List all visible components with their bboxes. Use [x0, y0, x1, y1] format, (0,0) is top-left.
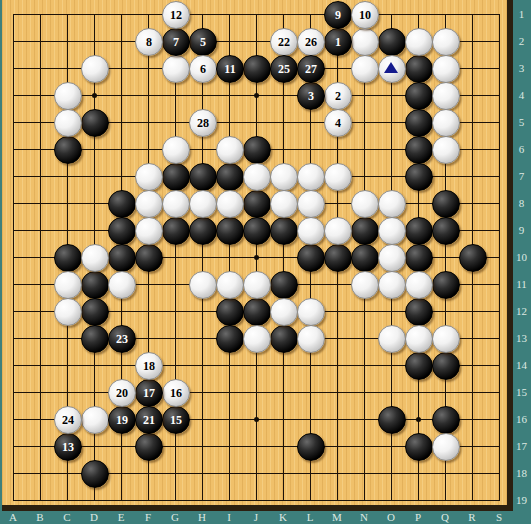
stone-white: [378, 325, 406, 353]
stone-white-move-6: 6: [189, 55, 217, 83]
stone-white: [270, 298, 298, 326]
column-label-S: S: [489, 511, 509, 523]
stone-black: [135, 244, 163, 272]
stone-black: [54, 244, 82, 272]
stone-black: [216, 298, 244, 326]
stone-black: [432, 406, 460, 434]
stone-white: [432, 55, 460, 83]
go-board-screenshot: 1234567891011121315161718192021222324252…: [0, 0, 531, 524]
stone-white-move-20: 20: [108, 379, 136, 407]
column-label-F: F: [138, 511, 158, 523]
stone-black-move-7: 7: [162, 28, 190, 56]
move-number-label: 3: [308, 90, 314, 102]
stone-white: [162, 55, 190, 83]
stone-white: [297, 217, 325, 245]
stone-black: [405, 217, 433, 245]
stone-white: [378, 244, 406, 272]
column-label-L: L: [300, 511, 320, 523]
stone-black: [162, 217, 190, 245]
row-label-5: 5: [512, 116, 531, 128]
move-number-label: 22: [278, 36, 290, 48]
column-label-I: I: [219, 511, 239, 523]
move-number-label: 18: [143, 360, 155, 372]
grid-line: [283, 14, 284, 501]
move-number-label: 13: [62, 441, 74, 453]
column-label-B: B: [30, 511, 50, 523]
column-label-H: H: [192, 511, 212, 523]
stone-black-move-23: 23: [108, 325, 136, 353]
column-label-Q: Q: [435, 511, 455, 523]
move-number-label: 2: [335, 90, 341, 102]
move-number-label: 9: [335, 9, 341, 21]
stone-white: [135, 163, 163, 191]
stone-white: [297, 163, 325, 191]
stone-white: [432, 82, 460, 110]
stone-black-move-5: 5: [189, 28, 217, 56]
stone-white-move-12: 12: [162, 1, 190, 29]
stone-black: [189, 217, 217, 245]
grid-line: [13, 392, 500, 393]
stone-black: [405, 136, 433, 164]
column-label-D: D: [84, 511, 104, 523]
move-number-label: 11: [224, 63, 235, 75]
stone-black: [405, 163, 433, 191]
stone-black-move-17: 17: [135, 379, 163, 407]
stone-white-move-2: 2: [324, 82, 352, 110]
move-number-label: 28: [197, 117, 209, 129]
stone-black-move-1: 1: [324, 28, 352, 56]
stone-white: [243, 271, 271, 299]
stone-black-move-9: 9: [324, 1, 352, 29]
stone-black: [405, 433, 433, 461]
row-label-15: 15: [512, 386, 531, 398]
stone-white: [297, 325, 325, 353]
stone-black: [108, 217, 136, 245]
move-number-label: 26: [305, 36, 317, 48]
stone-black: [54, 136, 82, 164]
stone-white-move-8: 8: [135, 28, 163, 56]
stone-black: [405, 109, 433, 137]
stone-white: [162, 190, 190, 218]
stone-black: [405, 55, 433, 83]
stone-white: [432, 28, 460, 56]
stone-black: [270, 271, 298, 299]
stone-black: [405, 244, 433, 272]
row-label-2: 2: [512, 35, 531, 47]
stone-white: [243, 163, 271, 191]
column-label-K: K: [273, 511, 293, 523]
stone-black: [432, 217, 460, 245]
stone-white-move-4: 4: [324, 109, 352, 137]
move-number-label: 6: [200, 63, 206, 75]
row-label-11: 11: [512, 278, 531, 290]
stone-white: [432, 433, 460, 461]
stone-black: [81, 325, 109, 353]
column-label-R: R: [462, 511, 482, 523]
row-label-16: 16: [512, 413, 531, 425]
stone-white: [216, 190, 244, 218]
stone-black-move-11: 11: [216, 55, 244, 83]
star-point: [254, 255, 259, 260]
stone-white: [324, 163, 352, 191]
row-label-4: 4: [512, 89, 531, 101]
row-label-18: 18: [512, 467, 531, 479]
move-number-label: 5: [200, 36, 206, 48]
stone-white: [216, 271, 244, 299]
stone-white: [189, 190, 217, 218]
stone-black-move-3: 3: [297, 82, 325, 110]
stone-black: [243, 55, 271, 83]
stone-white: [378, 190, 406, 218]
triangle-marker-icon: [384, 62, 398, 73]
stone-black: [297, 244, 325, 272]
stone-white: [432, 325, 460, 353]
column-label-P: P: [408, 511, 428, 523]
stone-white: [351, 190, 379, 218]
stone-white: [81, 244, 109, 272]
move-number-label: 12: [170, 9, 182, 21]
stone-black: [243, 298, 271, 326]
stone-white-move-16: 16: [162, 379, 190, 407]
stone-white: [351, 55, 379, 83]
star-point: [254, 417, 259, 422]
star-point: [254, 93, 259, 98]
row-label-9: 9: [512, 224, 531, 236]
stone-black-move-25: 25: [270, 55, 298, 83]
stone-white: [297, 298, 325, 326]
stone-white-move-24: 24: [54, 406, 82, 434]
move-number-label: 20: [116, 387, 128, 399]
stone-white: [378, 271, 406, 299]
star-point: [416, 417, 421, 422]
column-label-N: N: [354, 511, 374, 523]
stone-black: [270, 217, 298, 245]
stone-black: [243, 136, 271, 164]
stone-black: [351, 244, 379, 272]
stone-black: [432, 190, 460, 218]
row-label-10: 10: [512, 251, 531, 263]
grid-line: [13, 500, 500, 501]
move-number-label: 8: [146, 36, 152, 48]
stone-white: [54, 82, 82, 110]
stone-black: [243, 190, 271, 218]
row-label-19: 19: [512, 494, 531, 506]
column-label-E: E: [111, 511, 131, 523]
move-number-label: 27: [305, 63, 317, 75]
stone-black: [324, 244, 352, 272]
row-label-6: 6: [512, 143, 531, 155]
stone-black: [432, 352, 460, 380]
stone-black-move-19: 19: [108, 406, 136, 434]
row-label-7: 7: [512, 170, 531, 182]
move-number-label: 4: [335, 117, 341, 129]
stone-white: [432, 136, 460, 164]
stone-black: [405, 82, 433, 110]
stone-white: [135, 217, 163, 245]
stone-black-move-13: 13: [54, 433, 82, 461]
stone-white: [270, 190, 298, 218]
stone-white: [324, 217, 352, 245]
stone-white-move-26: 26: [297, 28, 325, 56]
stone-white: [135, 190, 163, 218]
stone-black: [405, 352, 433, 380]
move-number-label: 21: [143, 414, 155, 426]
stone-black: [81, 271, 109, 299]
row-label-13: 13: [512, 332, 531, 344]
move-number-label: 16: [170, 387, 182, 399]
stone-black-move-15: 15: [162, 406, 190, 434]
stone-white-move-28: 28: [189, 109, 217, 137]
stone-white: [54, 271, 82, 299]
stone-white: [54, 298, 82, 326]
stone-white-move-10: 10: [351, 1, 379, 29]
move-number-label: 1: [335, 36, 341, 48]
stone-black: [297, 433, 325, 461]
stone-white: [162, 136, 190, 164]
stone-white: [432, 109, 460, 137]
stone-black: [81, 460, 109, 488]
stone-black: [351, 217, 379, 245]
stone-black: [216, 163, 244, 191]
move-number-label: 10: [359, 9, 371, 21]
grid-line: [499, 14, 500, 501]
row-label-14: 14: [512, 359, 531, 371]
stone-black: [216, 217, 244, 245]
stone-black: [270, 325, 298, 353]
stone-white-move-18: 18: [135, 352, 163, 380]
stone-black: [216, 325, 244, 353]
stone-black: [405, 298, 433, 326]
stone-white: [189, 271, 217, 299]
column-label-M: M: [327, 511, 347, 523]
stone-white: [351, 28, 379, 56]
stone-white: [108, 271, 136, 299]
stone-white: [351, 271, 379, 299]
move-number-label: 25: [278, 63, 290, 75]
row-label-1: 1: [512, 8, 531, 20]
stone-black: [108, 244, 136, 272]
stone-white: [54, 109, 82, 137]
stone-black: [243, 217, 271, 245]
stone-white: [216, 136, 244, 164]
stone-white: [297, 190, 325, 218]
column-label-J: J: [246, 511, 266, 523]
stone-white: [270, 163, 298, 191]
column-label-A: A: [3, 511, 23, 523]
star-point: [92, 93, 97, 98]
stone-white-move-22: 22: [270, 28, 298, 56]
move-number-label: 23: [116, 333, 128, 345]
stone-white: [81, 406, 109, 434]
row-label-12: 12: [512, 305, 531, 317]
column-label-C: C: [57, 511, 77, 523]
row-label-3: 3: [512, 62, 531, 74]
stone-black: [108, 190, 136, 218]
stone-white: [243, 325, 271, 353]
stone-black: [459, 244, 487, 272]
stone-white: [81, 55, 109, 83]
move-number-label: 17: [143, 387, 155, 399]
stone-black-move-27: 27: [297, 55, 325, 83]
row-label-17: 17: [512, 440, 531, 452]
move-number-label: 7: [173, 36, 179, 48]
stone-white: [378, 217, 406, 245]
stone-black: [432, 271, 460, 299]
move-number-label: 24: [62, 414, 74, 426]
stone-black: [378, 406, 406, 434]
stone-white: [405, 271, 433, 299]
stone-black: [81, 109, 109, 137]
stone-black: [81, 298, 109, 326]
stone-black: [378, 28, 406, 56]
stone-white: [405, 28, 433, 56]
stone-white: [405, 325, 433, 353]
column-label-O: O: [381, 511, 401, 523]
row-label-8: 8: [512, 197, 531, 209]
stone-black-move-21: 21: [135, 406, 163, 434]
stone-black: [135, 433, 163, 461]
move-number-label: 19: [116, 414, 128, 426]
stone-black: [162, 163, 190, 191]
column-label-G: G: [165, 511, 185, 523]
move-number-label: 15: [170, 414, 182, 426]
stone-black: [189, 163, 217, 191]
